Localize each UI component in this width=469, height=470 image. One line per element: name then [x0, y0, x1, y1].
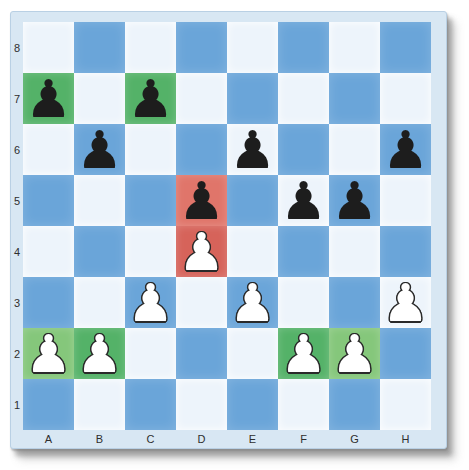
square-d5[interactable]: ♟: [176, 175, 227, 226]
square-d2[interactable]: [176, 328, 227, 379]
file-label-d: D: [176, 430, 227, 447]
square-g1[interactable]: [329, 379, 380, 430]
square-b5[interactable]: [74, 175, 125, 226]
white-pawn[interactable]: ♟: [127, 278, 174, 328]
square-h8[interactable]: [380, 22, 431, 73]
square-h6[interactable]: ♟: [380, 124, 431, 175]
square-e2[interactable]: [227, 328, 278, 379]
black-pawn[interactable]: ♟: [280, 176, 327, 226]
square-f8[interactable]: [278, 22, 329, 73]
square-b1[interactable]: [74, 379, 125, 430]
square-g5[interactable]: ♟: [329, 175, 380, 226]
square-b4[interactable]: [74, 226, 125, 277]
file-labels: ABCDEFGH: [23, 430, 431, 447]
white-pawn[interactable]: ♟: [280, 329, 327, 379]
square-g6[interactable]: [329, 124, 380, 175]
square-b3[interactable]: [74, 277, 125, 328]
white-pawn[interactable]: ♟: [25, 329, 72, 379]
square-b6[interactable]: ♟: [74, 124, 125, 175]
square-a3[interactable]: [23, 277, 74, 328]
square-c3[interactable]: ♟: [125, 277, 176, 328]
square-d4[interactable]: ♟: [176, 226, 227, 277]
square-h4[interactable]: [380, 226, 431, 277]
white-pawn[interactable]: ♟: [178, 227, 225, 277]
square-h1[interactable]: [380, 379, 431, 430]
square-c1[interactable]: [125, 379, 176, 430]
square-h5[interactable]: [380, 175, 431, 226]
file-label-e: E: [227, 430, 278, 447]
square-f4[interactable]: [278, 226, 329, 277]
square-c4[interactable]: [125, 226, 176, 277]
square-d3[interactable]: [176, 277, 227, 328]
square-d6[interactable]: [176, 124, 227, 175]
square-c7[interactable]: ♟: [125, 73, 176, 124]
square-e4[interactable]: [227, 226, 278, 277]
white-pawn[interactable]: ♟: [331, 329, 378, 379]
file-label-b: B: [74, 430, 125, 447]
rank-label-3: 3: [11, 277, 23, 328]
square-a7[interactable]: ♟: [23, 73, 74, 124]
rank-label-2: 2: [11, 328, 23, 379]
square-b8[interactable]: [74, 22, 125, 73]
square-e3[interactable]: ♟: [227, 277, 278, 328]
black-pawn[interactable]: ♟: [382, 125, 429, 175]
black-pawn[interactable]: ♟: [76, 125, 123, 175]
file-label-c: C: [125, 430, 176, 447]
white-pawn[interactable]: ♟: [76, 329, 123, 379]
square-f5[interactable]: ♟: [278, 175, 329, 226]
square-c2[interactable]: [125, 328, 176, 379]
black-pawn[interactable]: ♟: [25, 74, 72, 124]
square-g7[interactable]: [329, 73, 380, 124]
rank-label-8: 8: [11, 22, 23, 73]
square-f3[interactable]: [278, 277, 329, 328]
square-h3[interactable]: ♟: [380, 277, 431, 328]
page: { "game": "chess", "position": { "fen": …: [0, 0, 469, 470]
square-e1[interactable]: [227, 379, 278, 430]
rank-labels: 87654321: [11, 22, 23, 430]
square-d1[interactable]: [176, 379, 227, 430]
rank-label-6: 6: [11, 124, 23, 175]
square-a8[interactable]: [23, 22, 74, 73]
square-h7[interactable]: [380, 73, 431, 124]
square-a5[interactable]: [23, 175, 74, 226]
chess-board-frame: 87654321 ♟♟♟♟♟♟♟♟♟♟♟♟♟♟♟♟ ABCDEFGH: [10, 11, 447, 449]
square-h2[interactable]: [380, 328, 431, 379]
square-g8[interactable]: [329, 22, 380, 73]
square-d7[interactable]: [176, 73, 227, 124]
rank-label-1: 1: [11, 379, 23, 430]
file-label-a: A: [23, 430, 74, 447]
chess-board: ♟♟♟♟♟♟♟♟♟♟♟♟♟♟♟♟: [23, 22, 431, 430]
square-e8[interactable]: [227, 22, 278, 73]
square-b2[interactable]: ♟: [74, 328, 125, 379]
file-label-f: F: [278, 430, 329, 447]
square-g2[interactable]: ♟: [329, 328, 380, 379]
square-a4[interactable]: [23, 226, 74, 277]
square-e5[interactable]: [227, 175, 278, 226]
rank-label-4: 4: [11, 226, 23, 277]
black-pawn[interactable]: ♟: [127, 74, 174, 124]
rank-label-5: 5: [11, 175, 23, 226]
white-pawn[interactable]: ♟: [382, 278, 429, 328]
square-f7[interactable]: [278, 73, 329, 124]
black-pawn[interactable]: ♟: [178, 176, 225, 226]
square-f6[interactable]: [278, 124, 329, 175]
white-pawn[interactable]: ♟: [229, 278, 276, 328]
black-pawn[interactable]: ♟: [229, 125, 276, 175]
square-g3[interactable]: [329, 277, 380, 328]
square-a6[interactable]: [23, 124, 74, 175]
square-d8[interactable]: [176, 22, 227, 73]
black-pawn[interactable]: ♟: [331, 176, 378, 226]
square-e7[interactable]: [227, 73, 278, 124]
file-label-g: G: [329, 430, 380, 447]
square-e6[interactable]: ♟: [227, 124, 278, 175]
square-f2[interactable]: ♟: [278, 328, 329, 379]
square-a1[interactable]: [23, 379, 74, 430]
square-c5[interactable]: [125, 175, 176, 226]
square-c6[interactable]: [125, 124, 176, 175]
rank-label-7: 7: [11, 73, 23, 124]
square-g4[interactable]: [329, 226, 380, 277]
square-c8[interactable]: [125, 22, 176, 73]
square-a2[interactable]: ♟: [23, 328, 74, 379]
file-label-h: H: [380, 430, 431, 447]
square-f1[interactable]: [278, 379, 329, 430]
square-b7[interactable]: [74, 73, 125, 124]
